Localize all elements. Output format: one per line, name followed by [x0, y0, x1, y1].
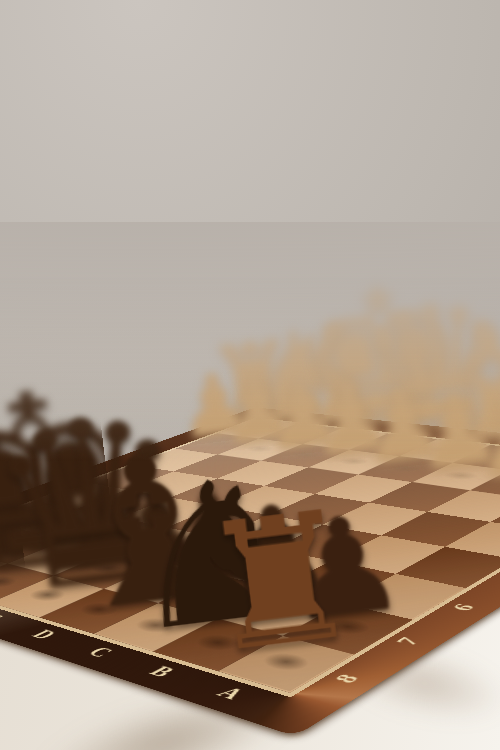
chess-board: ♜♞♝♛♚♝♞♜♟♟♟♟♟♟♟♟♟♟♟♟♟♟♟♟♜♞♝♛♚♝♞♜ ABCDEFG… — [0, 143, 500, 750]
board-3d-plane: ♜♞♝♛♚♝♞♜♟♟♟♟♟♟♟♟♟♟♟♟♟♟♟♟♜♞♝♛♚♝♞♜ ABCDEFG… — [0, 407, 500, 736]
photo-canvas: ♜♞♝♛♚♝♞♜♟♟♟♟♟♟♟♟♟♟♟♟♟♟♟♟♜♞♝♛♚♝♞♜ ABCDEFG… — [0, 0, 500, 750]
piece-black-rook-a8: ♜ — [191, 485, 369, 678]
